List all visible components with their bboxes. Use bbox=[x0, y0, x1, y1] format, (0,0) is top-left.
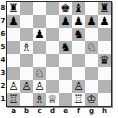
square-g8[interactable] bbox=[85, 2, 98, 15]
file-label-h: h bbox=[98, 107, 111, 117]
square-a6[interactable] bbox=[7, 28, 20, 41]
piece-black-pawn: ♟ bbox=[34, 28, 44, 41]
piece-white-pawn: ♙ bbox=[34, 80, 44, 93]
piece-white-rook: ♖ bbox=[73, 93, 83, 106]
square-a4[interactable] bbox=[7, 54, 20, 67]
square-e7[interactable]: ♟ bbox=[59, 15, 72, 28]
square-d8[interactable] bbox=[46, 2, 59, 15]
square-c6[interactable]: ♟ bbox=[33, 28, 46, 41]
square-c2[interactable]: ♙ bbox=[33, 80, 46, 93]
piece-black-rook: ♜ bbox=[8, 2, 18, 15]
square-h7[interactable]: ♟ bbox=[98, 15, 111, 28]
square-a2[interactable]: ♙ bbox=[7, 80, 20, 93]
square-f2[interactable]: ♙ bbox=[72, 80, 85, 93]
piece-white-pawn: ♙ bbox=[8, 80, 18, 93]
piece-white-knight: ♘ bbox=[34, 67, 44, 80]
file-label-c: c bbox=[33, 107, 46, 117]
square-b5[interactable]: ♗ bbox=[20, 41, 33, 54]
piece-black-king: ♚ bbox=[60, 2, 70, 15]
square-f1[interactable]: ♖ bbox=[72, 93, 85, 106]
square-b4[interactable] bbox=[20, 54, 33, 67]
square-c7[interactable] bbox=[33, 15, 46, 28]
square-h5[interactable] bbox=[98, 41, 111, 54]
square-b6[interactable] bbox=[20, 28, 33, 41]
piece-white-pawn: ♙ bbox=[21, 80, 31, 93]
piece-black-pawn: ♟ bbox=[99, 15, 109, 28]
square-a8[interactable]: ♜ bbox=[7, 2, 20, 15]
square-d4[interactable] bbox=[46, 54, 59, 67]
piece-white-knight: ♘ bbox=[86, 41, 96, 54]
square-g6[interactable] bbox=[85, 28, 98, 41]
square-e1[interactable] bbox=[59, 93, 72, 106]
piece-black-queen: ♛ bbox=[99, 54, 109, 67]
piece-black-pawn: ♟ bbox=[8, 15, 18, 28]
piece-white-pawn: ♙ bbox=[73, 80, 83, 93]
square-b3[interactable] bbox=[20, 67, 33, 80]
square-e8[interactable]: ♚ bbox=[59, 2, 72, 15]
file-labels: abcdefgh bbox=[7, 107, 111, 117]
square-g4[interactable] bbox=[85, 54, 98, 67]
chess-diagram: 87654321 ♜♚♝♜♟♟♟♟♟♟♞♗♞♘♛♘♙♙♙♙♖♗♕♖♔ abcde… bbox=[0, 0, 118, 118]
square-g2[interactable] bbox=[85, 80, 98, 93]
piece-white-bishop: ♗ bbox=[21, 41, 31, 54]
piece-black-knight: ♞ bbox=[60, 41, 70, 54]
square-e4[interactable] bbox=[59, 54, 72, 67]
square-f4[interactable] bbox=[72, 54, 85, 67]
file-label-b: b bbox=[20, 107, 33, 117]
piece-white-bishop: ♗ bbox=[34, 93, 44, 106]
square-f8[interactable]: ♝ bbox=[72, 2, 85, 15]
square-d5[interactable] bbox=[46, 41, 59, 54]
square-d1[interactable]: ♕ bbox=[46, 93, 59, 106]
square-c8[interactable] bbox=[33, 2, 46, 15]
square-f7[interactable]: ♟ bbox=[72, 15, 85, 28]
square-b1[interactable] bbox=[20, 93, 33, 106]
piece-black-pawn: ♟ bbox=[73, 15, 83, 28]
square-c4[interactable] bbox=[33, 54, 46, 67]
square-h3[interactable] bbox=[98, 67, 111, 80]
square-a7[interactable]: ♟ bbox=[7, 15, 20, 28]
piece-black-knight: ♞ bbox=[73, 28, 83, 41]
square-d3[interactable] bbox=[46, 67, 59, 80]
square-d6[interactable] bbox=[46, 28, 59, 41]
square-d7[interactable] bbox=[46, 15, 59, 28]
square-g7[interactable]: ♟ bbox=[85, 15, 98, 28]
square-c3[interactable]: ♘ bbox=[33, 67, 46, 80]
file-label-e: e bbox=[59, 107, 72, 117]
square-e6[interactable] bbox=[59, 28, 72, 41]
piece-white-rook: ♖ bbox=[8, 93, 18, 106]
square-e3[interactable] bbox=[59, 67, 72, 80]
file-label-d: d bbox=[46, 107, 59, 117]
square-b7[interactable] bbox=[20, 15, 33, 28]
square-h8[interactable]: ♜ bbox=[98, 2, 111, 15]
piece-black-pawn: ♟ bbox=[86, 15, 96, 28]
square-f3[interactable] bbox=[72, 67, 85, 80]
square-e2[interactable] bbox=[59, 80, 72, 93]
square-g1[interactable]: ♔ bbox=[85, 93, 98, 106]
piece-black-bishop: ♝ bbox=[73, 2, 83, 15]
square-d2[interactable] bbox=[46, 80, 59, 93]
square-g5[interactable]: ♘ bbox=[85, 41, 98, 54]
square-f6[interactable]: ♞ bbox=[72, 28, 85, 41]
square-h2[interactable] bbox=[98, 80, 111, 93]
square-b2[interactable]: ♙ bbox=[20, 80, 33, 93]
square-h4[interactable]: ♛ bbox=[98, 54, 111, 67]
piece-black-pawn: ♟ bbox=[60, 15, 70, 28]
square-a1[interactable]: ♖ bbox=[7, 93, 20, 106]
piece-white-queen: ♕ bbox=[47, 93, 57, 106]
square-b8[interactable] bbox=[20, 2, 33, 15]
square-h1[interactable] bbox=[98, 93, 111, 106]
square-e5[interactable]: ♞ bbox=[59, 41, 72, 54]
square-h6[interactable] bbox=[98, 28, 111, 41]
piece-white-king: ♔ bbox=[86, 93, 96, 106]
file-label-f: f bbox=[72, 107, 85, 117]
piece-black-rook: ♜ bbox=[99, 2, 109, 15]
square-c1[interactable]: ♗ bbox=[33, 93, 46, 106]
square-a3[interactable] bbox=[7, 67, 20, 80]
square-a5[interactable] bbox=[7, 41, 20, 54]
square-g3[interactable] bbox=[85, 67, 98, 80]
file-label-g: g bbox=[85, 107, 98, 117]
file-label-a: a bbox=[7, 107, 20, 117]
chess-board: ♜♚♝♜♟♟♟♟♟♟♞♗♞♘♛♘♙♙♙♙♖♗♕♖♔ bbox=[6, 1, 112, 107]
square-c5[interactable] bbox=[33, 41, 46, 54]
square-f5[interactable] bbox=[72, 41, 85, 54]
